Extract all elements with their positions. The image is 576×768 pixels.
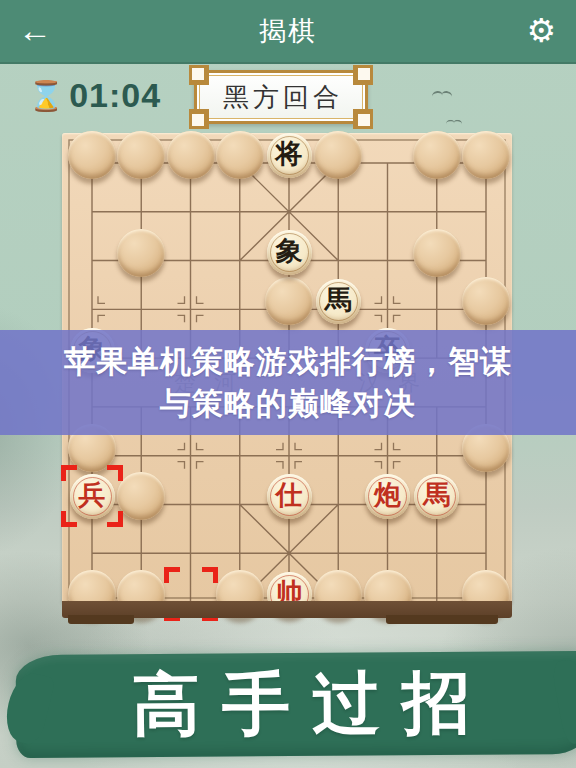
bird-ink-mark <box>446 119 462 126</box>
banner-corner-ornament <box>353 109 373 129</box>
promo-text-overlay: 苹果单机策略游戏排行榜，智谋 与策略的巅峰对决 <box>0 330 576 435</box>
calligraphy-text: 高手过招 <box>132 658 493 752</box>
hidden-piece-r2c1[interactable] <box>117 229 165 277</box>
turn-indicator-text: 黑方回合 <box>223 80 343 115</box>
hidden-piece-r2c7[interactable] <box>413 229 461 277</box>
timer-text: 01:04 <box>69 76 161 115</box>
app-screen: ← 揭棋 ⚙ ⌛ 01:04 黑方回合 楚 河汉 界将象馬象卒兵仕炮馬帅 苹果单… <box>0 0 576 768</box>
piece-glyph: 象 <box>276 238 303 265</box>
hidden-piece-r3c8[interactable] <box>462 277 510 325</box>
piece-glyph: 将 <box>276 141 303 168</box>
top-bar: ← 揭棋 ⚙ <box>0 0 576 64</box>
move-timer: ⌛ 01:04 <box>28 76 161 115</box>
hidden-piece-r0c5[interactable] <box>314 131 362 179</box>
turn-indicator-banner: 黑方回合 <box>194 70 368 124</box>
bird-ink-mark <box>432 90 452 99</box>
page-title: 揭棋 <box>259 13 317 49</box>
piece-r2c4[interactable]: 象 <box>267 230 312 275</box>
hidden-piece-r0c8[interactable] <box>462 131 510 179</box>
piece-r7c4[interactable]: 仕 <box>267 474 312 519</box>
promo-line-1: 苹果单机策略游戏排行榜，智谋 <box>64 341 512 383</box>
hidden-piece-r3c4[interactable] <box>265 277 313 325</box>
promo-line-2: 与策略的巅峰对决 <box>160 383 416 425</box>
piece-glyph: 馬 <box>423 482 450 509</box>
banner-corner-ornament <box>353 65 373 85</box>
calligraphy-banner: 高手过招 <box>16 651 576 758</box>
piece-glyph: 馬 <box>325 287 352 314</box>
back-button[interactable]: ← <box>18 10 52 50</box>
hidden-piece-r0c7[interactable] <box>413 131 461 179</box>
piece-glyph: 仕 <box>276 482 303 509</box>
piece-r7c6[interactable]: 炮 <box>365 474 410 519</box>
hidden-piece-r0c3[interactable] <box>216 131 264 179</box>
piece-r0c4[interactable]: 将 <box>267 133 312 178</box>
piece-r7c7[interactable]: 馬 <box>414 474 459 519</box>
piece-r7c0[interactable]: 兵 <box>70 474 115 519</box>
banner-corner-ornament <box>189 65 209 85</box>
hidden-piece-r0c2[interactable] <box>167 131 215 179</box>
banner-corner-ornament <box>189 109 209 129</box>
board-base <box>62 601 512 618</box>
hourglass-icon: ⌛ <box>28 79 64 113</box>
piece-r3c5[interactable]: 馬 <box>316 279 361 324</box>
piece-glyph: 兵 <box>79 482 106 509</box>
hidden-piece-r0c1[interactable] <box>117 131 165 179</box>
piece-glyph: 炮 <box>374 482 401 509</box>
hidden-piece-r0c0[interactable] <box>68 131 116 179</box>
settings-button[interactable]: ⚙ <box>526 11 556 51</box>
